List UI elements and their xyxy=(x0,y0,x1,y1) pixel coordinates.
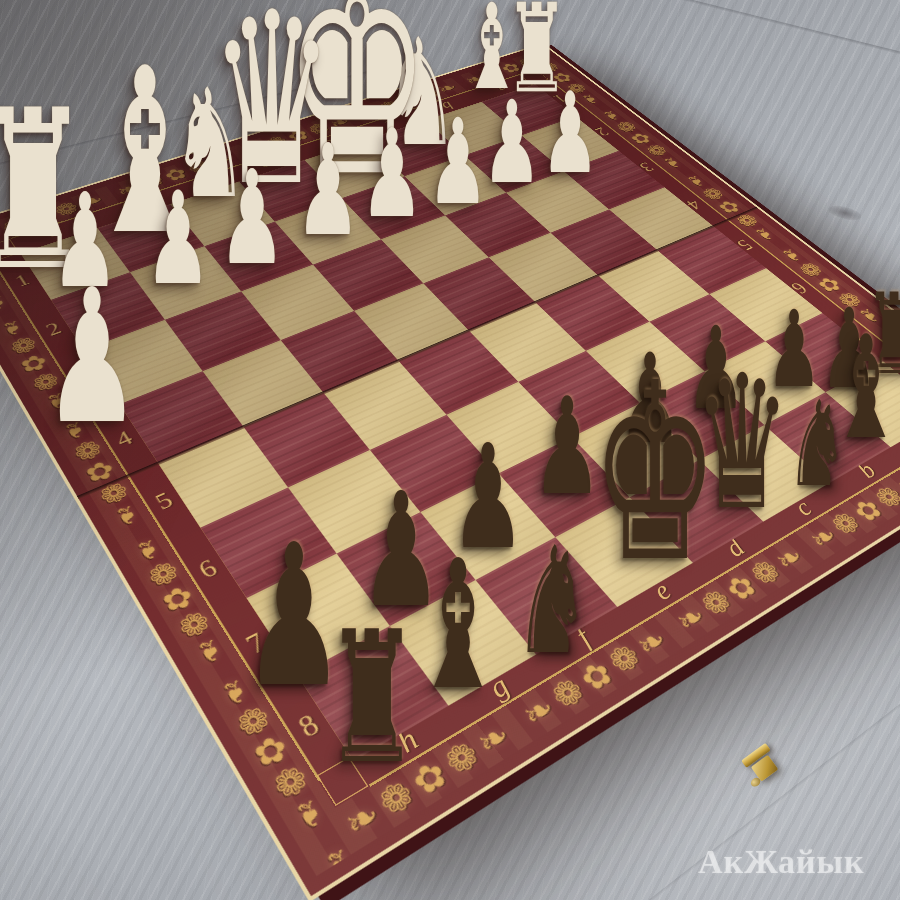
floor-plank-seam xyxy=(605,0,900,61)
photo-of-chess-set: ❧❁✿❁❧ ❧❁✿❁❧ ❧❁✿❁❧ ❧❁✿❁❧ ❧❁✿❁❧ ❧❁✿❁❧ ❧❁✿❁… xyxy=(0,0,900,900)
wood-knot xyxy=(827,203,863,223)
watermark: АкЖайык xyxy=(698,843,865,881)
